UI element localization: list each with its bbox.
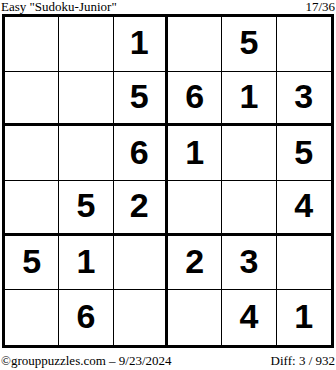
cell-r5c6[interactable] bbox=[277, 236, 331, 291]
cell-r2c1[interactable] bbox=[5, 72, 59, 127]
given-digit: 2 bbox=[185, 244, 204, 278]
header: Easy "Sudoku-Junior" 17/36 bbox=[0, 0, 336, 14]
cell-r2c3[interactable]: 5 bbox=[114, 72, 168, 127]
givens-counter: 17/36 bbox=[305, 0, 335, 14]
given-digit: 1 bbox=[240, 79, 259, 113]
given-digit: 3 bbox=[294, 79, 313, 113]
cell-r1c3[interactable]: 1 bbox=[114, 17, 168, 72]
cell-r6c2[interactable]: 6 bbox=[59, 290, 113, 345]
cell-r4c3[interactable]: 2 bbox=[114, 181, 168, 236]
cell-r1c2[interactable] bbox=[59, 17, 113, 72]
cell-r5c1[interactable]: 5 bbox=[5, 236, 59, 291]
cell-r3c3[interactable]: 6 bbox=[114, 126, 168, 181]
cell-r3c6[interactable]: 5 bbox=[277, 126, 331, 181]
given-digit: 1 bbox=[185, 135, 204, 169]
cell-r3c4[interactable]: 1 bbox=[168, 126, 222, 181]
cell-r1c6[interactable] bbox=[277, 17, 331, 72]
cell-r3c1[interactable] bbox=[5, 126, 59, 181]
footer: ©grouppuzzles.com – 9/23/2024 Diff: 3 / … bbox=[0, 353, 336, 368]
given-digit: 5 bbox=[77, 188, 96, 222]
cell-r1c5[interactable]: 5 bbox=[222, 17, 276, 72]
copyright-text: ©grouppuzzles.com – 9/23/2024 bbox=[1, 353, 172, 368]
given-digit: 6 bbox=[130, 135, 149, 169]
cell-r5c3[interactable] bbox=[114, 236, 168, 291]
cell-r6c6[interactable]: 1 bbox=[277, 290, 331, 345]
given-digit: 4 bbox=[240, 299, 259, 333]
sudoku-board: 1556136155245123641 bbox=[2, 14, 334, 348]
given-digit: 2 bbox=[130, 188, 149, 222]
cell-r2c4[interactable]: 6 bbox=[168, 72, 222, 127]
cell-r6c3[interactable] bbox=[114, 290, 168, 345]
page-title: Easy "Sudoku-Junior" bbox=[1, 0, 117, 14]
cell-r1c1[interactable] bbox=[5, 17, 59, 72]
given-digit: 1 bbox=[294, 299, 313, 333]
cell-r4c1[interactable] bbox=[5, 181, 59, 236]
cell-r3c5[interactable] bbox=[222, 126, 276, 181]
given-digit: 5 bbox=[22, 244, 41, 278]
cell-r5c4[interactable]: 2 bbox=[168, 236, 222, 291]
cell-r2c5[interactable]: 1 bbox=[222, 72, 276, 127]
given-digit: 6 bbox=[77, 299, 96, 333]
cell-r5c5[interactable]: 3 bbox=[222, 236, 276, 291]
cell-r4c5[interactable] bbox=[222, 181, 276, 236]
cell-r6c5[interactable]: 4 bbox=[222, 290, 276, 345]
cell-r1c4[interactable] bbox=[168, 17, 222, 72]
puzzle-page: Easy "Sudoku-Junior" 17/36 1556136155245… bbox=[0, 0, 336, 370]
cell-r3c2[interactable] bbox=[59, 126, 113, 181]
given-digit: 3 bbox=[240, 244, 259, 278]
cell-r2c2[interactable] bbox=[59, 72, 113, 127]
given-digit: 6 bbox=[185, 79, 204, 113]
cell-r6c1[interactable] bbox=[5, 290, 59, 345]
cell-r4c4[interactable] bbox=[168, 181, 222, 236]
cell-r6c4[interactable] bbox=[168, 290, 222, 345]
cell-r5c2[interactable]: 1 bbox=[59, 236, 113, 291]
difficulty-text: Diff: 3 / 932 bbox=[271, 353, 335, 368]
given-digit: 5 bbox=[240, 25, 259, 59]
given-digit: 5 bbox=[294, 135, 313, 169]
cell-r4c2[interactable]: 5 bbox=[59, 181, 113, 236]
given-digit: 1 bbox=[77, 244, 96, 278]
cell-r4c6[interactable]: 4 bbox=[277, 181, 331, 236]
cell-r2c6[interactable]: 3 bbox=[277, 72, 331, 127]
given-digit: 1 bbox=[130, 25, 149, 59]
given-digit: 5 bbox=[130, 79, 149, 113]
given-digit: 4 bbox=[294, 188, 313, 222]
